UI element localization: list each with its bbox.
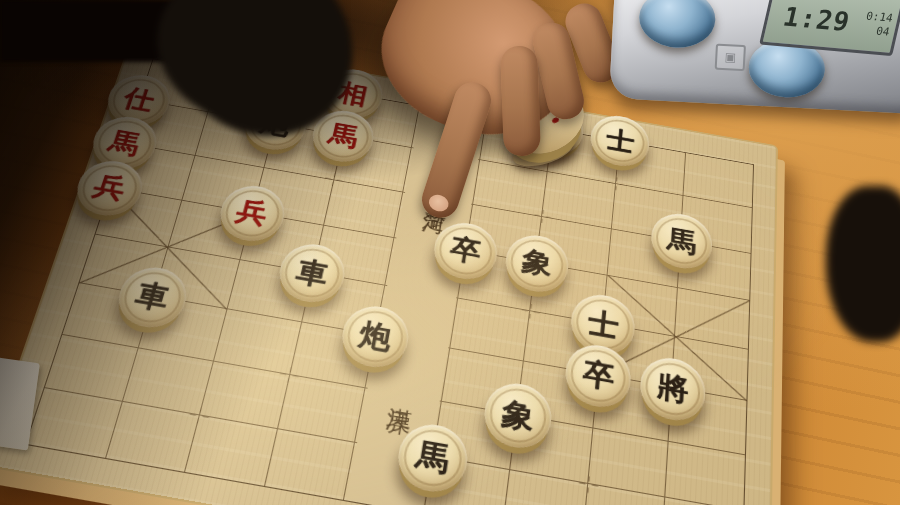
piece-glyph: 馬 [106, 128, 143, 158]
clock-logo-icon: ▣ [715, 44, 746, 72]
piece-glyph: 兵 [234, 197, 271, 228]
piece-glyph: 士 [587, 308, 620, 341]
piece-glyph: 兵 [91, 172, 129, 203]
piece-glyph: 卒 [582, 358, 616, 393]
piece-black-車[interactable]: 車 [111, 262, 193, 332]
piece-glyph: 馬 [666, 225, 697, 256]
game-clock: 1:29 0:14 04 ▣ [609, 0, 900, 114]
dark-object [826, 186, 900, 342]
piece-black-炮[interactable]: 炮 [337, 301, 413, 372]
clock-button-left[interactable] [638, 0, 717, 49]
piece-black-將[interactable]: 將 [639, 353, 707, 425]
clock-aux-top: 0:14 [865, 10, 894, 26]
piece-black-象[interactable]: 象 [480, 379, 554, 453]
hand-finger [500, 45, 541, 156]
piece-glyph: 仕 [121, 85, 157, 114]
piece-glyph: 炮 [357, 319, 394, 353]
piece-glyph: 車 [133, 280, 173, 314]
piece-glyph: 象 [500, 397, 536, 433]
piece-glyph: 將 [656, 371, 689, 406]
piece-black-馬[interactable]: 馬 [393, 419, 471, 496]
piece-black-馬[interactable]: 馬 [650, 209, 714, 273]
piece-black-卒[interactable]: 卒 [563, 340, 633, 412]
clock-main-time: 1:29 [766, 0, 868, 38]
clock-aux-times: 0:14 04 [861, 10, 898, 40]
scene: 楚河 漢界 帥仕相仕馬馬兵兵卒士炮馬卒象車士車炮卒將象馬 1:29 [0, 0, 900, 505]
fingernail [427, 192, 451, 213]
piece-glyph: 馬 [414, 439, 452, 476]
clock-aux-bottom: 04 [875, 25, 891, 40]
piece-red-兵[interactable]: 兵 [214, 181, 290, 245]
clock-body: 1:29 0:14 04 ▣ [609, 0, 900, 114]
